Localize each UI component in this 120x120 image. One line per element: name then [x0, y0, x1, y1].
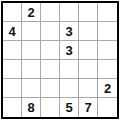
cell-r6c3[interactable]: [41, 98, 60, 117]
cell-r3c1[interactable]: [3, 41, 22, 60]
cell-r3c4-clue[interactable]: 3: [60, 41, 79, 60]
cell-r5c5[interactable]: [79, 79, 98, 98]
cell-r4c4[interactable]: [60, 60, 79, 79]
cell-r5c3[interactable]: [41, 79, 60, 98]
cell-r1c2-clue[interactable]: 2: [22, 3, 41, 22]
cell-r5c2[interactable]: [22, 79, 41, 98]
cell-r5c6-clue[interactable]: 2: [98, 79, 117, 98]
cell-r2c2[interactable]: [22, 22, 41, 41]
cell-r2c6[interactable]: [98, 22, 117, 41]
cell-r1c1[interactable]: [3, 3, 22, 22]
cell-r3c2[interactable]: [22, 41, 41, 60]
cell-r2c1-clue[interactable]: 4: [3, 22, 22, 41]
cell-r5c1[interactable]: [3, 79, 22, 98]
cell-r6c4-clue[interactable]: 5: [60, 98, 79, 117]
cell-r3c6[interactable]: [98, 41, 117, 60]
cell-r6c6[interactable]: [98, 98, 117, 117]
cell-r6c2-clue[interactable]: 8: [22, 98, 41, 117]
cell-r3c5[interactable]: [79, 41, 98, 60]
cell-r2c5[interactable]: [79, 22, 98, 41]
cell-r4c3[interactable]: [41, 60, 60, 79]
cell-r6c5-clue[interactable]: 7: [79, 98, 98, 117]
cell-r5c4[interactable]: [60, 79, 79, 98]
cell-r1c3[interactable]: [41, 3, 60, 22]
cell-r1c5[interactable]: [79, 3, 98, 22]
cell-r6c1[interactable]: [3, 98, 22, 117]
cell-r4c1[interactable]: [3, 60, 22, 79]
cell-r3c3[interactable]: [41, 41, 60, 60]
cell-r4c2[interactable]: [22, 60, 41, 79]
cell-r1c4[interactable]: [60, 3, 79, 22]
cell-r4c5[interactable]: [79, 60, 98, 79]
cell-r2c3[interactable]: [41, 22, 60, 41]
cell-r2c4-clue[interactable]: 3: [60, 22, 79, 41]
cell-r1c6[interactable]: [98, 3, 117, 22]
cell-r4c6[interactable]: [98, 60, 117, 79]
puzzle-board: 24332857: [1, 1, 119, 119]
